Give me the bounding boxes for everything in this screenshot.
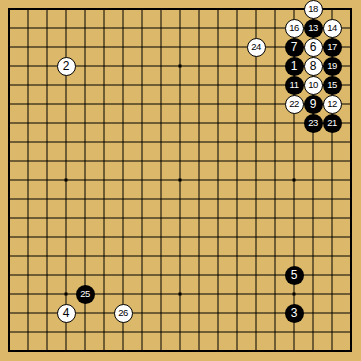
stone-number: 15 bbox=[327, 80, 337, 90]
stone-number: 21 bbox=[327, 118, 337, 128]
stone-white-26[interactable]: 26 bbox=[114, 304, 133, 323]
stone-white-10[interactable]: 10 bbox=[304, 76, 323, 95]
stone-black-5[interactable]: 5 bbox=[285, 266, 304, 285]
stone-white-18[interactable]: 18 bbox=[304, 0, 323, 19]
stone-number: 11 bbox=[290, 80, 299, 90]
stone-number: 16 bbox=[289, 23, 299, 33]
stone-number: 6 bbox=[310, 41, 317, 53]
stone-black-21[interactable]: 21 bbox=[323, 114, 342, 133]
stone-number: 14 bbox=[327, 23, 337, 33]
stone-black-15[interactable]: 15 bbox=[323, 76, 342, 95]
stone-white-2[interactable]: 2 bbox=[57, 57, 76, 76]
stone-white-6[interactable]: 6 bbox=[304, 38, 323, 57]
stone-black-25[interactable]: 25 bbox=[76, 285, 95, 304]
stone-white-12[interactable]: 12 bbox=[323, 95, 342, 114]
stone-number: 7 bbox=[291, 41, 298, 53]
stone-number: 26 bbox=[118, 308, 128, 318]
stone-number: 13 bbox=[308, 23, 318, 33]
stone-black-1[interactable]: 1 bbox=[285, 57, 304, 76]
stone-number: 4 bbox=[63, 307, 70, 319]
stone-black-13[interactable]: 13 bbox=[304, 19, 323, 38]
stone-black-7[interactable]: 7 bbox=[285, 38, 304, 57]
stone-black-11[interactable]: 11 bbox=[285, 76, 304, 95]
stone-number: 5 bbox=[291, 269, 298, 281]
stone-number: 23 bbox=[308, 118, 318, 128]
stone-number: 24 bbox=[251, 42, 261, 52]
stone-white-24[interactable]: 24 bbox=[247, 38, 266, 57]
stone-black-23[interactable]: 23 bbox=[304, 114, 323, 133]
stone-number: 10 bbox=[308, 80, 318, 90]
stone-white-22[interactable]: 22 bbox=[285, 95, 304, 114]
stone-white-14[interactable]: 14 bbox=[323, 19, 342, 38]
stone-number: 12 bbox=[327, 99, 337, 109]
stone-number: 18 bbox=[308, 4, 318, 14]
stone-black-9[interactable]: 9 bbox=[304, 95, 323, 114]
stone-black-17[interactable]: 17 bbox=[323, 38, 342, 57]
stone-black-3[interactable]: 3 bbox=[285, 304, 304, 323]
stone-number: 2 bbox=[63, 60, 70, 72]
stone-number: 9 bbox=[310, 98, 317, 110]
stone-white-16[interactable]: 16 bbox=[285, 19, 304, 38]
stone-number: 8 bbox=[310, 60, 317, 72]
go-board[interactable]: 1234567891011121314151617181921222324252… bbox=[0, 0, 361, 361]
stone-black-19[interactable]: 19 bbox=[323, 57, 342, 76]
stone-number: 17 bbox=[327, 42, 337, 52]
stone-number: 1 bbox=[291, 60, 298, 72]
stone-white-8[interactable]: 8 bbox=[304, 57, 323, 76]
stone-number: 22 bbox=[289, 99, 299, 109]
stone-number: 3 bbox=[291, 307, 298, 319]
stone-white-4[interactable]: 4 bbox=[57, 304, 76, 323]
stone-number: 19 bbox=[327, 61, 337, 71]
stone-number: 25 bbox=[80, 289, 90, 299]
